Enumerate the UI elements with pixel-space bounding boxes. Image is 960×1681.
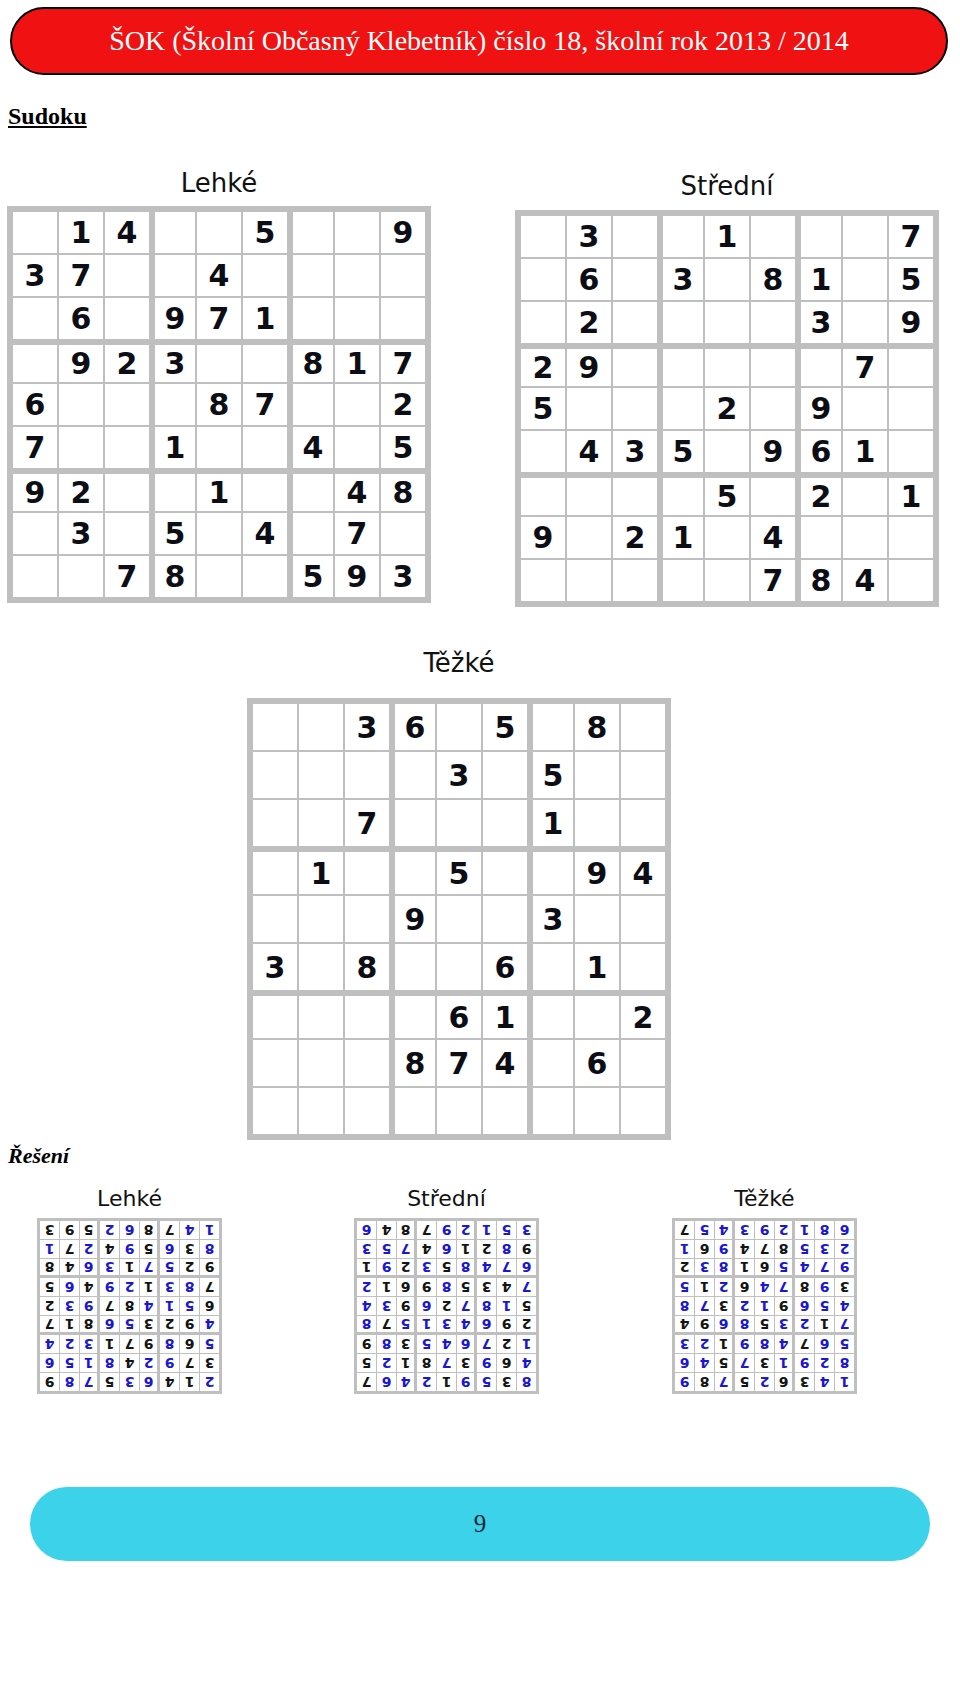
- sudoku-cell: 2: [567, 302, 611, 343]
- sudoku-grid-tezke: 3658357115949338616128746: [247, 698, 671, 1140]
- sudoku-cell: [59, 427, 103, 468]
- sudoku-cell: 7: [357, 1373, 376, 1391]
- sudoku-cell: 8: [80, 1316, 99, 1334]
- sudoku-cell: [345, 752, 389, 798]
- sudoku-cell: [243, 255, 287, 296]
- sudoku-cell: 9: [60, 1221, 79, 1239]
- sudoku-cell: 5: [100, 1373, 119, 1391]
- sudoku-cell: 6: [180, 1335, 199, 1353]
- sudoku-cell: [13, 556, 57, 597]
- sudoku-cell: 9: [391, 896, 435, 942]
- sudoku-cell: 7: [675, 1221, 694, 1239]
- sudoku-cell: 5: [795, 1240, 814, 1258]
- sudoku-cell: [197, 212, 241, 253]
- sudoku-cell: 7: [105, 556, 149, 597]
- sudoku-cell: 1: [889, 474, 933, 515]
- sudoku-cell: [253, 848, 297, 894]
- sudoku-cell: 1: [397, 1354, 416, 1372]
- sudoku-cell: 8: [160, 1335, 179, 1353]
- sudoku-cell: 1: [675, 1240, 694, 1258]
- sudoku-cell: 2: [521, 345, 565, 386]
- sudoku-cell: 1: [200, 1221, 219, 1239]
- sudoku-cell: [345, 1040, 389, 1086]
- sudoku-cell: 5: [381, 427, 425, 468]
- sudoku-cell: 1: [140, 1278, 159, 1296]
- sudoku-cell: 9: [160, 1354, 179, 1372]
- sudoku-cell: [437, 1088, 481, 1134]
- sudoku-cell: 4: [140, 1297, 159, 1315]
- sudoku-cell: [575, 1088, 619, 1134]
- sudoku-cell: 5: [755, 1316, 774, 1334]
- sudoku-cell: 4: [100, 1240, 119, 1258]
- sudoku-cell: 7: [197, 298, 241, 339]
- sudoku-cell: 9: [120, 1240, 139, 1258]
- sudoku-cell: [243, 341, 287, 382]
- sudoku-cell: 5: [397, 1316, 416, 1334]
- sudoku-cell: 8: [100, 1354, 119, 1372]
- sudoku-cell: 9: [13, 470, 57, 511]
- sudoku-cell: [529, 992, 573, 1038]
- sudoku-cell: 5: [437, 848, 481, 894]
- sudoku-cell: 3: [417, 1259, 436, 1277]
- sudoku-cell: 5: [243, 212, 287, 253]
- sudoku-cell: [253, 992, 297, 1038]
- sudoku-cell: 4: [105, 212, 149, 253]
- sudoku-cell: 8: [775, 1240, 794, 1258]
- sudoku-cell: 7: [437, 1040, 481, 1086]
- sudoku-cell: 5: [140, 1240, 159, 1258]
- sudoku-cell: 5: [529, 752, 573, 798]
- sudoku-cell: 3: [567, 216, 611, 257]
- sudoku-cell: 7: [335, 513, 379, 554]
- sudoku-cell: 7: [160, 1221, 179, 1239]
- sudoku-cell: 4: [843, 560, 887, 601]
- sudoku-cell: 9: [357, 1335, 376, 1353]
- sudoku-cell: 6: [59, 298, 103, 339]
- sudoku-cell: 7: [735, 1354, 754, 1372]
- sudoku-cell: 2: [477, 1240, 496, 1258]
- sudoku-cell: [529, 848, 573, 894]
- sudoku-cell: 8: [381, 470, 425, 511]
- sudoku-cell: 5: [80, 1221, 99, 1239]
- sudoku-cell: 3: [397, 1335, 416, 1353]
- sudoku-cell: 3: [755, 1354, 774, 1372]
- sudoku-cell: 9: [675, 1373, 694, 1391]
- sudoku-cell: 2: [735, 1297, 754, 1315]
- sudoku-cell: 2: [835, 1240, 854, 1258]
- sudoku-cell: 8: [289, 341, 333, 382]
- sudoku-cell: 6: [755, 1259, 774, 1277]
- sudoku-cell: 9: [815, 1278, 834, 1296]
- sudoku-cell: [521, 431, 565, 472]
- sudoku-cell: [13, 341, 57, 382]
- sudoku-cell: [567, 560, 611, 601]
- sudoku-cell: [335, 255, 379, 296]
- sudoku-cell: [335, 427, 379, 468]
- sudoku-cell: 1: [357, 1259, 376, 1277]
- sudoku-cell: 9: [751, 431, 795, 472]
- sudoku-cell: 9: [775, 1297, 794, 1315]
- sudoku-cell: 6: [497, 1354, 516, 1372]
- sudoku-cell: 3: [345, 704, 389, 750]
- sudoku-cell: 4: [397, 1373, 416, 1391]
- sudoku-cell: [299, 752, 343, 798]
- sudoku-cell: 1: [437, 1373, 456, 1391]
- sudoku-cell: [299, 896, 343, 942]
- sudoku-cell: 2: [200, 1373, 219, 1391]
- sudoku-cell: 7: [417, 1221, 436, 1239]
- sudoku-cell: 6: [483, 944, 527, 990]
- sudoku-cell: 6: [675, 1354, 694, 1372]
- sudoku-grid-lehke: 145937469719238176872714592148354778593: [7, 206, 431, 603]
- sudoku-cell: 4: [715, 1221, 734, 1239]
- sudoku-cell: 1: [695, 1278, 714, 1296]
- sudoku-cell: 5: [715, 1354, 734, 1372]
- sudoku-cell: 2: [60, 1335, 79, 1353]
- sudoku-cell: [575, 800, 619, 846]
- sudoku-cell: [889, 560, 933, 601]
- sudoku-cell: 9: [381, 212, 425, 253]
- sudoku-cell: [521, 474, 565, 515]
- sudoku-cell: 8: [735, 1316, 754, 1334]
- sudoku-cell: [243, 556, 287, 597]
- sudoku-cell: 7: [477, 1335, 496, 1353]
- sudoku-cell: [197, 513, 241, 554]
- sudoku-cell: 6: [735, 1278, 754, 1296]
- sudoku-cell: 5: [289, 556, 333, 597]
- sudoku-cell: [613, 560, 657, 601]
- sudoku-cell: 3: [151, 341, 195, 382]
- sudoku-cell: [659, 216, 703, 257]
- sudoku-cell: 8: [797, 560, 841, 601]
- sudoku-cell: [521, 216, 565, 257]
- sudoku-cell: [151, 384, 195, 425]
- sudoku-cell: [613, 216, 657, 257]
- sudoku-cell: 1: [497, 1297, 516, 1315]
- sudoku-cell: [529, 1088, 573, 1134]
- sudoku-cell: 4: [695, 1354, 714, 1372]
- sudoku-cell: 1: [40, 1240, 59, 1258]
- sudoku-cell: 1: [843, 431, 887, 472]
- sudoku-cell: 1: [483, 992, 527, 1038]
- sudoku-cell: [529, 1040, 573, 1086]
- sudoku-cell: 2: [621, 992, 665, 1038]
- sudoku-cell: 2: [675, 1259, 694, 1277]
- sudoku-cell: [659, 345, 703, 386]
- sudoku-cell: 6: [477, 1316, 496, 1334]
- sudoku-cell: [253, 1040, 297, 1086]
- sudoku-cell: 6: [397, 1278, 416, 1296]
- sudoku-cell: [151, 255, 195, 296]
- sudoku-cell: [253, 752, 297, 798]
- sudoku-cell: [613, 345, 657, 386]
- sudoku-cell: [299, 1088, 343, 1134]
- sudoku-cell: 1: [797, 259, 841, 300]
- sudoku-cell: 3: [59, 513, 103, 554]
- sudoku-cell: [621, 1040, 665, 1086]
- sudoku-cell: 7: [60, 1240, 79, 1258]
- sudoku-cell: 2: [797, 474, 841, 515]
- sudoku-cell: 8: [391, 1040, 435, 1086]
- sudoku-cell: 6: [695, 1240, 714, 1258]
- sudoku-grid-stredni: 317638152392975294359615219214784: [515, 210, 939, 607]
- sudoku-cell: 6: [575, 1040, 619, 1086]
- sudoku-cell: 2: [140, 1354, 159, 1372]
- sudoku-cell: 2: [105, 341, 149, 382]
- sudoku-cell: 1: [795, 1221, 814, 1239]
- sudoku-cell: [705, 345, 749, 386]
- sudoku-cell: [483, 1088, 527, 1134]
- footer-banner: 9: [30, 1487, 930, 1561]
- sudoku-cell: 5: [477, 1373, 496, 1391]
- sudoku-cell: 3: [377, 1297, 396, 1315]
- sudoku-cell: 4: [795, 1259, 814, 1277]
- sudoku-cell: 3: [357, 1240, 376, 1258]
- sudoku-cell: 9: [100, 1278, 119, 1296]
- sudoku-cell: 1: [160, 1297, 179, 1315]
- sudoku-cell: 8: [457, 1259, 476, 1277]
- sudoku-cell: 8: [345, 944, 389, 990]
- sudoku-cell: 8: [377, 1335, 396, 1353]
- sudoku-cell: 2: [705, 388, 749, 429]
- sudoku-cell: 4: [483, 1040, 527, 1086]
- sudoku-cell: [889, 345, 933, 386]
- sudoku-cell: 5: [835, 1335, 854, 1353]
- sudoku-cell: 7: [80, 1373, 99, 1391]
- sudoku-cell: [659, 560, 703, 601]
- sudoku-cell: 8: [575, 704, 619, 750]
- sudoku-cell: 3: [797, 302, 841, 343]
- sudoku-cell: [843, 474, 887, 515]
- sudoku-cell: 4: [200, 1316, 219, 1334]
- sudoku-cell: 1: [575, 944, 619, 990]
- sudoku-cell: [843, 388, 887, 429]
- sudoku-cell: [391, 800, 435, 846]
- solution-label-lehke: Lehké: [37, 1186, 222, 1211]
- sudoku-cell: 5: [60, 1354, 79, 1372]
- sudoku-cell: [613, 259, 657, 300]
- sudoku-cell: 2: [357, 1278, 376, 1296]
- sudoku-cell: [621, 1088, 665, 1134]
- sudoku-cell: 9: [59, 341, 103, 382]
- sudoku-cell: 9: [715, 1240, 734, 1258]
- sudoku-cell: [483, 752, 527, 798]
- sudoku-cell: 3: [437, 752, 481, 798]
- sudoku-cell: [59, 384, 103, 425]
- sudoku-cell: [621, 944, 665, 990]
- sudoku-cell: 4: [675, 1316, 694, 1334]
- sudoku-cell: [105, 427, 149, 468]
- sudoku-cell: 3: [80, 1335, 99, 1353]
- sudoku-cell: 2: [180, 1259, 199, 1277]
- sudoku-cell: 5: [457, 1278, 476, 1296]
- sudoku-cell: 8: [417, 1354, 436, 1372]
- sudoku-cell: 3: [835, 1278, 854, 1296]
- sudoku-cell: [843, 302, 887, 343]
- sudoku-cell: 4: [567, 431, 611, 472]
- sudoku-cell: 8: [60, 1373, 79, 1391]
- sudoku-cell: 5: [659, 431, 703, 472]
- sudoku-cell: 8: [517, 1373, 536, 1391]
- sudoku-cell: [751, 388, 795, 429]
- sudoku-cell: [529, 704, 573, 750]
- sudoku-cell: 7: [381, 341, 425, 382]
- sudoku-cell: 6: [391, 704, 435, 750]
- sudoku-cell: [613, 388, 657, 429]
- sudoku-cell: 4: [751, 517, 795, 558]
- sudoku-cell: 8: [120, 1297, 139, 1315]
- sudoku-cell: 4: [60, 1259, 79, 1277]
- sudoku-cell: [843, 517, 887, 558]
- sudoku-cell: 9: [377, 1259, 396, 1277]
- sudoku-cell: 5: [180, 1297, 199, 1315]
- sudoku-cell: [289, 470, 333, 511]
- sudoku-cell: 1: [735, 1259, 754, 1277]
- sudoku-cell: 8: [140, 1221, 159, 1239]
- sudoku-cell: [197, 341, 241, 382]
- sudoku-cell: 7: [243, 384, 287, 425]
- sudoku-cell: 7: [751, 560, 795, 601]
- sudoku-cell: 3: [60, 1297, 79, 1315]
- sudoku-cell: 3: [40, 1221, 59, 1239]
- sudoku-cell: 1: [417, 1316, 436, 1334]
- sudoku-cell: [483, 800, 527, 846]
- solution-grid-lehke: 2146357893792481565689713244923568176514…: [37, 1218, 222, 1394]
- sudoku-cell: 4: [457, 1316, 476, 1334]
- sudoku-cell: [13, 212, 57, 253]
- sudoku-cell: 9: [755, 1221, 774, 1239]
- sudoku-cell: 5: [357, 1354, 376, 1372]
- sudoku-cell: 7: [457, 1297, 476, 1315]
- sudoku-cell: [299, 704, 343, 750]
- sudoku-cell: 1: [815, 1316, 834, 1334]
- sudoku-cell: [567, 517, 611, 558]
- sudoku-cell: 6: [835, 1221, 854, 1239]
- sudoku-cell: 4: [289, 427, 333, 468]
- sudoku-cell: [289, 298, 333, 339]
- sudoku-cell: 2: [715, 1278, 734, 1296]
- sudoku-cell: [243, 427, 287, 468]
- sudoku-cell: 7: [517, 1278, 536, 1296]
- sudoku-cell: 3: [815, 1240, 834, 1258]
- sudoku-cell: 9: [695, 1316, 714, 1334]
- sudoku-cell: [843, 259, 887, 300]
- sudoku-cell: [253, 1088, 297, 1134]
- sudoku-cell: [575, 896, 619, 942]
- sudoku-cell: [345, 1088, 389, 1134]
- sudoku-cell: [335, 212, 379, 253]
- sudoku-cell: 1: [180, 1373, 199, 1391]
- sudoku-cell: 2: [59, 470, 103, 511]
- solution-label-stredni: Střední: [354, 1186, 539, 1211]
- sudoku-cell: [437, 944, 481, 990]
- sudoku-cell: 4: [735, 1240, 754, 1258]
- sudoku-cell: [797, 216, 841, 257]
- sudoku-cell: [659, 388, 703, 429]
- sudoku-cell: 8: [835, 1354, 854, 1372]
- sudoku-cell: 6: [437, 992, 481, 1038]
- sudoku-cell: [253, 704, 297, 750]
- sudoku-cell: 9: [835, 1259, 854, 1277]
- sudoku-cell: 3: [613, 431, 657, 472]
- sudoku-cell: 6: [797, 431, 841, 472]
- sudoku-cell: 4: [180, 1221, 199, 1239]
- sudoku-cell: 6: [377, 1373, 396, 1391]
- sudoku-cell: 3: [715, 1297, 734, 1315]
- sudoku-cell: [335, 298, 379, 339]
- sudoku-cell: 1: [659, 517, 703, 558]
- sudoku-cell: [289, 384, 333, 425]
- sudoku-cell: 8: [180, 1278, 199, 1296]
- sudoku-cell: 6: [815, 1335, 834, 1353]
- sudoku-cell: 7: [695, 1297, 714, 1315]
- sudoku-cell: 3: [140, 1316, 159, 1334]
- sudoku-cell: 9: [457, 1373, 476, 1391]
- sudoku-cell: 1: [457, 1240, 476, 1258]
- sudoku-cell: 1: [517, 1335, 536, 1353]
- sudoku-cell: 9: [40, 1373, 59, 1391]
- sudoku-cell: 3: [497, 1373, 516, 1391]
- sudoku-cell: 8: [200, 1240, 219, 1258]
- sudoku-cell: 2: [775, 1221, 794, 1239]
- sudoku-cell: [391, 752, 435, 798]
- sudoku-cell: 7: [377, 1316, 396, 1334]
- sudoku-cell: [105, 470, 149, 511]
- sudoku-cell: 9: [517, 1240, 536, 1258]
- sudoku-cell: 5: [483, 704, 527, 750]
- sudoku-cell: 5: [695, 1221, 714, 1239]
- sudoku-cell: [345, 992, 389, 1038]
- sudoku-cell: 6: [120, 1221, 139, 1239]
- sudoku-cell: 4: [497, 1278, 516, 1296]
- sudoku-cell: 5: [437, 1259, 456, 1277]
- sudoku-cell: 1: [529, 800, 573, 846]
- sudoku-cell: 2: [695, 1335, 714, 1353]
- solution-grid-tezke: 1436257898291375465674891237123586944569…: [672, 1218, 857, 1394]
- sudoku-cell: 7: [715, 1373, 734, 1391]
- sudoku-cell: 7: [59, 255, 103, 296]
- sudoku-cell: 9: [575, 848, 619, 894]
- sudoku-cell: 6: [775, 1373, 794, 1391]
- sudoku-cell: [567, 474, 611, 515]
- sudoku-cell: 3: [200, 1354, 219, 1372]
- sudoku-cell: 5: [497, 1221, 516, 1239]
- sudoku-cell: 5: [517, 1297, 536, 1315]
- sudoku-cell: 1: [477, 1221, 496, 1239]
- sudoku-cell: 7: [40, 1316, 59, 1334]
- sudoku-cell: 5: [120, 1316, 139, 1334]
- sudoku-cell: [483, 896, 527, 942]
- sudoku-cell: 6: [13, 384, 57, 425]
- solutions-title: Řešení: [8, 1143, 69, 1169]
- sudoku-cell: 6: [80, 1259, 99, 1277]
- sudoku-cell: 7: [437, 1354, 456, 1372]
- sudoku-cell: [289, 513, 333, 554]
- sudoku-cell: 1: [299, 848, 343, 894]
- sudoku-cell: 7: [13, 427, 57, 468]
- sudoku-cell: [299, 992, 343, 1038]
- sudoku-cell: 7: [345, 800, 389, 846]
- sudoku-cell: [621, 896, 665, 942]
- sudoku-cell: 6: [60, 1278, 79, 1296]
- sudoku-cell: 4: [160, 1373, 179, 1391]
- sudoku-cell: 2: [755, 1373, 774, 1391]
- sudoku-cell: 6: [100, 1316, 119, 1334]
- sudoku-cell: 9: [497, 1316, 516, 1334]
- sudoku-cell: 8: [477, 1297, 496, 1315]
- sudoku-cell: [889, 388, 933, 429]
- sudoku-cell: [575, 992, 619, 1038]
